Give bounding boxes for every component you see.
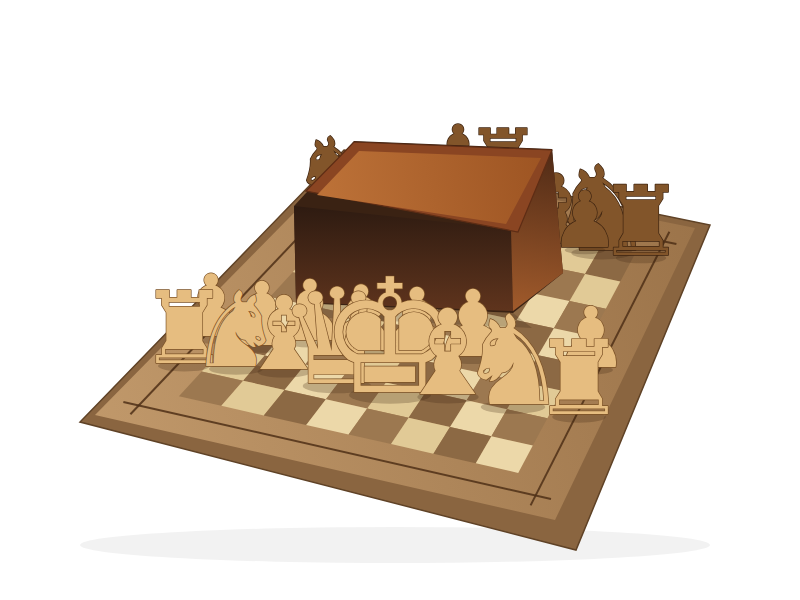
white-rook-glyph: ♜	[533, 318, 625, 438]
chess-scene-svg: ♞♟♜♝♞♟♜♟♟♟♟♟♟♜♞♝♟♛♚♝♞♜	[0, 0, 800, 600]
black-rook-glyph: ♜	[598, 165, 685, 278]
white-rook: ♜	[533, 318, 625, 438]
chess-set-photo: ♞♟♜♝♞♟♜♟♟♟♟♟♟♜♞♝♟♛♚♝♞♜	[0, 0, 800, 600]
black-pieces-right: ♞♟♜	[549, 140, 684, 278]
black-rook: ♜	[598, 165, 685, 278]
